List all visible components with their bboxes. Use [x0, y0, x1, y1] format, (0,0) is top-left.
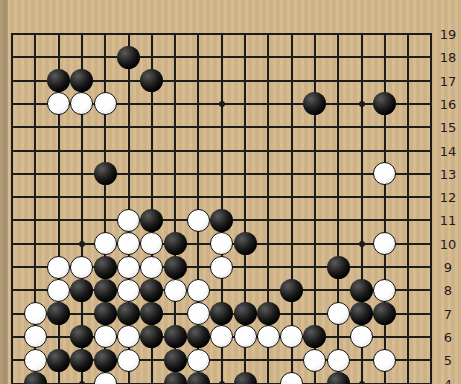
black-stone-Q7[interactable]: [350, 302, 373, 325]
white-stone-O5[interactable]: [303, 349, 326, 372]
go-app-window: 19181716151413121110987654: [0, 0, 461, 384]
white-stone-F8[interactable]: [117, 279, 140, 302]
row-label-18: 18: [435, 51, 461, 64]
white-stone-L6[interactable]: [234, 325, 257, 348]
black-stone-E9[interactable]: [94, 256, 117, 279]
row-label-11: 11: [435, 214, 461, 227]
grid-vline-col-T: [430, 33, 432, 384]
white-stone-C8[interactable]: [47, 279, 70, 302]
grid-vline-col-S: [407, 33, 409, 384]
black-stone-M7[interactable]: [257, 302, 280, 325]
row-label-12: 12: [435, 191, 461, 204]
white-stone-E10[interactable]: [94, 232, 117, 255]
black-stone-C5[interactable]: [47, 349, 70, 372]
row-label-6: 6: [435, 331, 461, 344]
black-stone-P9[interactable]: [327, 256, 350, 279]
star-point-K4: [219, 381, 225, 384]
row-label-4: 4: [435, 378, 461, 384]
white-stone-D9[interactable]: [70, 256, 93, 279]
white-stone-J11[interactable]: [187, 209, 210, 232]
black-stone-H9[interactable]: [164, 256, 187, 279]
black-stone-H6[interactable]: [164, 325, 187, 348]
star-point-Q4: [359, 381, 365, 384]
row-label-13: 13: [435, 168, 461, 181]
row-label-14: 14: [435, 145, 461, 158]
black-stone-D5[interactable]: [70, 349, 93, 372]
white-stone-P5[interactable]: [327, 349, 350, 372]
white-stone-H8[interactable]: [164, 279, 187, 302]
row-label-15: 15: [435, 121, 461, 134]
black-stone-F18[interactable]: [117, 46, 140, 69]
star-point-D10: [79, 241, 85, 247]
black-stone-K11[interactable]: [210, 209, 233, 232]
white-stone-E6[interactable]: [94, 325, 117, 348]
white-stone-R5[interactable]: [373, 349, 396, 372]
white-stone-J5[interactable]: [187, 349, 210, 372]
black-stone-E8[interactable]: [94, 279, 117, 302]
white-stone-J8[interactable]: [187, 279, 210, 302]
white-stone-B5[interactable]: [24, 349, 47, 372]
white-stone-F9[interactable]: [117, 256, 140, 279]
black-stone-G8[interactable]: [140, 279, 163, 302]
black-stone-E5[interactable]: [94, 349, 117, 372]
black-stone-F7[interactable]: [117, 302, 140, 325]
black-stone-H5[interactable]: [164, 349, 187, 372]
board-left-edge: [0, 0, 8, 384]
black-stone-L10[interactable]: [234, 232, 257, 255]
star-point-K16: [219, 101, 225, 107]
row-label-16: 16: [435, 98, 461, 111]
white-stone-F11[interactable]: [117, 209, 140, 232]
row-label-10: 10: [435, 238, 461, 251]
row-label-5: 5: [435, 354, 461, 367]
star-point-Q10: [359, 241, 365, 247]
black-stone-E7[interactable]: [94, 302, 117, 325]
white-stone-R8[interactable]: [373, 279, 396, 302]
row-label-9: 9: [435, 261, 461, 274]
white-stone-C9[interactable]: [47, 256, 70, 279]
row-label-7: 7: [435, 308, 461, 321]
white-stone-P7[interactable]: [327, 302, 350, 325]
grid-vline-col-A: [11, 33, 13, 384]
black-stone-N8[interactable]: [280, 279, 303, 302]
star-point-D4: [79, 381, 85, 384]
white-stone-B7[interactable]: [24, 302, 47, 325]
star-point-Q16: [359, 101, 365, 107]
row-label-19: 19: [435, 28, 461, 41]
grid-vline-col-P: [337, 33, 339, 384]
black-stone-E13[interactable]: [94, 162, 117, 185]
white-stone-F5[interactable]: [117, 349, 140, 372]
white-stone-J7[interactable]: [187, 302, 210, 325]
black-stone-L7[interactable]: [234, 302, 257, 325]
white-stone-E16[interactable]: [94, 92, 117, 115]
row-label-17: 17: [435, 75, 461, 88]
grid-vline-col-R: [384, 33, 386, 384]
black-stone-Q8[interactable]: [350, 279, 373, 302]
black-stone-H10[interactable]: [164, 232, 187, 255]
row-label-8: 8: [435, 284, 461, 297]
white-stone-G9[interactable]: [140, 256, 163, 279]
white-stone-K9[interactable]: [210, 256, 233, 279]
